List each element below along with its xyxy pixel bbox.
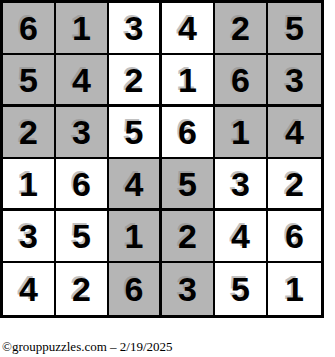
sudoku-cell-r1c4: 4: [162, 3, 215, 55]
sudoku-cell-r2c3: 2: [109, 55, 162, 107]
sudoku-cell-r5c4: 2: [162, 211, 215, 263]
sudoku-cell-r4c3: 4: [109, 159, 162, 211]
sudoku-cell-r3c2: 3: [56, 107, 109, 159]
sudoku-cell-r6c2: 2: [56, 263, 109, 315]
sudoku-cell-r4c2: 6: [56, 159, 109, 211]
sudoku-cell-r3c6: 4: [268, 107, 321, 159]
sudoku-cell-r1c2: 1: [56, 3, 109, 55]
sudoku-cell-r1c1: 6: [3, 3, 56, 55]
sudoku-cell-r5c5: 4: [215, 211, 268, 263]
sudoku-board: 613425542163235614164532351246426351: [0, 0, 324, 318]
sudoku-cell-r4c1: 1: [3, 159, 56, 211]
sudoku-cell-r6c4: 3: [162, 263, 215, 315]
sudoku-cell-r1c5: 2: [215, 3, 268, 55]
sudoku-cell-r2c1: 5: [3, 55, 56, 107]
sudoku-cell-r1c6: 5: [268, 3, 321, 55]
sudoku-cell-r5c6: 6: [268, 211, 321, 263]
sudoku-cell-r6c3: 6: [109, 263, 162, 315]
sudoku-cell-r5c3: 1: [109, 211, 162, 263]
sudoku-cell-r5c2: 5: [56, 211, 109, 263]
sudoku-cell-r6c1: 4: [3, 263, 56, 315]
sudoku-cell-r3c3: 5: [109, 107, 162, 159]
sudoku-cell-r6c5: 5: [215, 263, 268, 315]
sudoku-cell-r6c6: 1: [268, 263, 321, 315]
sudoku-cell-r4c6: 2: [268, 159, 321, 211]
sudoku-cell-r4c4: 5: [162, 159, 215, 211]
sudoku-cell-r2c5: 6: [215, 55, 268, 107]
sudoku-cell-r3c4: 6: [162, 107, 215, 159]
sudoku-cell-r2c4: 1: [162, 55, 215, 107]
sudoku-cell-r2c2: 4: [56, 55, 109, 107]
sudoku-cell-r5c1: 3: [3, 211, 56, 263]
copyright-text: ©grouppuzzles.com – 2/19/2025: [2, 339, 173, 355]
sudoku-cell-r3c1: 2: [3, 107, 56, 159]
sudoku-cell-r4c5: 3: [215, 159, 268, 211]
sudoku-cell-r2c6: 3: [268, 55, 321, 107]
sudoku-cell-r3c5: 1: [215, 107, 268, 159]
sudoku-cell-r1c3: 3: [109, 3, 162, 55]
